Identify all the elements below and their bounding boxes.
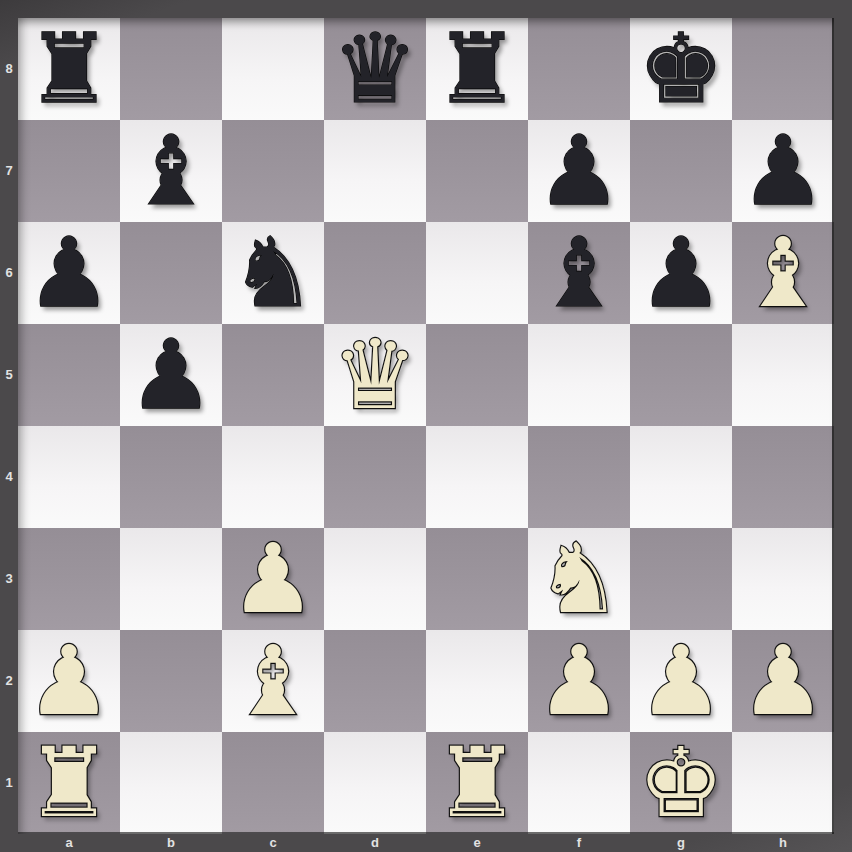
square-b4[interactable]: [120, 426, 222, 528]
rank-label-1: 1: [0, 732, 18, 834]
black-rook[interactable]: ♜: [434, 18, 520, 120]
square-e5[interactable]: [426, 324, 528, 426]
square-b8[interactable]: [120, 18, 222, 120]
square-c2[interactable]: ♝: [222, 630, 324, 732]
square-h6[interactable]: ♝: [732, 222, 834, 324]
black-pawn[interactable]: ♟: [740, 120, 826, 222]
rank-label-8: 8: [0, 18, 18, 120]
black-rook[interactable]: ♜: [26, 18, 112, 120]
square-a6[interactable]: ♟: [18, 222, 120, 324]
black-pawn[interactable]: ♟: [638, 222, 724, 324]
square-g5[interactable]: [630, 324, 732, 426]
square-h1[interactable]: [732, 732, 834, 834]
square-d7[interactable]: [324, 120, 426, 222]
square-c3[interactable]: ♟: [222, 528, 324, 630]
square-c6[interactable]: ♞: [222, 222, 324, 324]
white-pawn[interactable]: ♟: [638, 630, 724, 732]
square-f1[interactable]: [528, 732, 630, 834]
square-g8[interactable]: ♚: [630, 18, 732, 120]
square-b3[interactable]: [120, 528, 222, 630]
square-e2[interactable]: [426, 630, 528, 732]
square-b1[interactable]: [120, 732, 222, 834]
square-d1[interactable]: [324, 732, 426, 834]
white-bishop[interactable]: ♝: [230, 630, 316, 732]
board-grid: ♜♛♜♚♝♟♟♟♞♝♟♝♟♛♟♞♟♝♟♟♟♜♜♚: [18, 18, 834, 834]
file-label-h: h: [732, 834, 834, 852]
file-label-c: c: [222, 834, 324, 852]
black-king[interactable]: ♚: [638, 18, 724, 120]
square-f3[interactable]: ♞: [528, 528, 630, 630]
square-e4[interactable]: [426, 426, 528, 528]
square-e6[interactable]: [426, 222, 528, 324]
square-f6[interactable]: ♝: [528, 222, 630, 324]
rank-label-3: 3: [0, 528, 18, 630]
square-e7[interactable]: [426, 120, 528, 222]
square-e1[interactable]: ♜: [426, 732, 528, 834]
white-king[interactable]: ♚: [638, 732, 724, 834]
black-pawn[interactable]: ♟: [26, 222, 112, 324]
white-pawn[interactable]: ♟: [230, 528, 316, 630]
square-g3[interactable]: [630, 528, 732, 630]
square-h4[interactable]: [732, 426, 834, 528]
file-label-d: d: [324, 834, 426, 852]
black-bishop[interactable]: ♝: [536, 222, 622, 324]
black-pawn[interactable]: ♟: [128, 324, 214, 426]
square-c5[interactable]: [222, 324, 324, 426]
rank-label-5: 5: [0, 324, 18, 426]
file-label-g: g: [630, 834, 732, 852]
rank-label-4: 4: [0, 426, 18, 528]
rank-label-6: 6: [0, 222, 18, 324]
square-g6[interactable]: ♟: [630, 222, 732, 324]
square-d8[interactable]: ♛: [324, 18, 426, 120]
black-queen[interactable]: ♛: [332, 18, 418, 120]
square-f4[interactable]: [528, 426, 630, 528]
square-g2[interactable]: ♟: [630, 630, 732, 732]
black-pawn[interactable]: ♟: [536, 120, 622, 222]
white-queen[interactable]: ♛: [332, 324, 418, 426]
file-label-e: e: [426, 834, 528, 852]
square-e3[interactable]: [426, 528, 528, 630]
square-h2[interactable]: ♟: [732, 630, 834, 732]
square-c8[interactable]: [222, 18, 324, 120]
square-b5[interactable]: ♟: [120, 324, 222, 426]
square-a7[interactable]: [18, 120, 120, 222]
square-c4[interactable]: [222, 426, 324, 528]
square-e8[interactable]: ♜: [426, 18, 528, 120]
square-d3[interactable]: [324, 528, 426, 630]
square-d6[interactable]: [324, 222, 426, 324]
black-bishop[interactable]: ♝: [128, 120, 214, 222]
square-d4[interactable]: [324, 426, 426, 528]
white-knight[interactable]: ♞: [536, 528, 622, 630]
square-f7[interactable]: ♟: [528, 120, 630, 222]
file-label-a: a: [18, 834, 120, 852]
file-label-f: f: [528, 834, 630, 852]
white-bishop[interactable]: ♝: [740, 222, 826, 324]
white-rook[interactable]: ♜: [26, 732, 112, 834]
square-c7[interactable]: [222, 120, 324, 222]
square-h7[interactable]: ♟: [732, 120, 834, 222]
white-pawn[interactable]: ♟: [26, 630, 112, 732]
square-h8[interactable]: [732, 18, 834, 120]
square-f5[interactable]: [528, 324, 630, 426]
square-a2[interactable]: ♟: [18, 630, 120, 732]
square-d2[interactable]: [324, 630, 426, 732]
square-g1[interactable]: ♚: [630, 732, 732, 834]
file-label-b: b: [120, 834, 222, 852]
square-d5[interactable]: ♛: [324, 324, 426, 426]
square-h3[interactable]: [732, 528, 834, 630]
square-f2[interactable]: ♟: [528, 630, 630, 732]
white-rook[interactable]: ♜: [434, 732, 520, 834]
white-pawn[interactable]: ♟: [740, 630, 826, 732]
square-b6[interactable]: [120, 222, 222, 324]
square-a5[interactable]: [18, 324, 120, 426]
square-a8[interactable]: ♜: [18, 18, 120, 120]
rank-label-7: 7: [0, 120, 18, 222]
square-b2[interactable]: [120, 630, 222, 732]
white-pawn[interactable]: ♟: [536, 630, 622, 732]
black-knight[interactable]: ♞: [230, 222, 316, 324]
square-a3[interactable]: [18, 528, 120, 630]
square-h5[interactable]: [732, 324, 834, 426]
rank-label-2: 2: [0, 630, 18, 732]
square-a1[interactable]: ♜: [18, 732, 120, 834]
square-f8[interactable]: [528, 18, 630, 120]
chess-board: ♜♛♜♚♝♟♟♟♞♝♟♝♟♛♟♞♟♝♟♟♟♜♜♚ 87654321 abcdef…: [0, 0, 852, 852]
square-b7[interactable]: ♝: [120, 120, 222, 222]
square-c1[interactable]: [222, 732, 324, 834]
square-g7[interactable]: [630, 120, 732, 222]
square-a4[interactable]: [18, 426, 120, 528]
square-g4[interactable]: [630, 426, 732, 528]
